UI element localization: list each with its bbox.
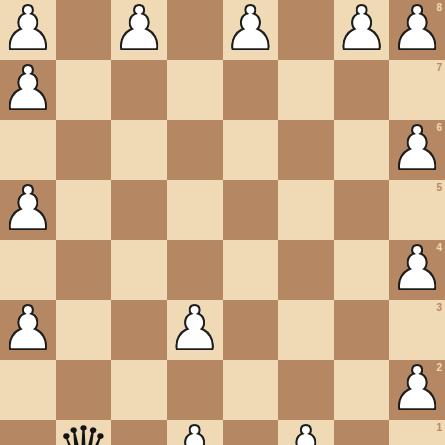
white-pawn[interactable]: ♟ xyxy=(168,418,222,445)
white-pawn[interactable]: ♟ xyxy=(335,0,389,58)
square-c8[interactable]: ♟ xyxy=(111,0,167,60)
square-f7[interactable] xyxy=(278,60,334,120)
square-d7[interactable] xyxy=(167,60,223,120)
square-d2[interactable] xyxy=(167,360,223,420)
square-g8[interactable]: ♟ xyxy=(334,0,390,60)
square-h6[interactable]: 6♟ xyxy=(389,120,445,180)
white-pawn[interactable]: ♟ xyxy=(168,298,222,358)
square-f2[interactable] xyxy=(278,360,334,420)
square-d4[interactable] xyxy=(167,240,223,300)
square-g7[interactable] xyxy=(334,60,390,120)
black-queen[interactable]: ♛ xyxy=(57,418,111,445)
white-pawn[interactable]: ♟ xyxy=(390,118,444,178)
square-g3[interactable] xyxy=(334,300,390,360)
square-c7[interactable] xyxy=(111,60,167,120)
chess-board: ♟♟♟♟8♟♟76♟♟54♟♟♟32♟ab♛cd♟ef♟g1h xyxy=(0,0,445,445)
white-pawn[interactable]: ♟ xyxy=(223,0,277,58)
square-d1[interactable]: d♟ xyxy=(167,420,223,445)
square-c3[interactable] xyxy=(111,300,167,360)
square-h4[interactable]: 4♟ xyxy=(389,240,445,300)
square-d8[interactable] xyxy=(167,0,223,60)
square-c4[interactable] xyxy=(111,240,167,300)
square-e3[interactable] xyxy=(223,300,279,360)
white-pawn[interactable]: ♟ xyxy=(1,298,55,358)
white-pawn[interactable]: ♟ xyxy=(279,418,333,445)
square-a1[interactable]: a xyxy=(0,420,56,445)
square-g1[interactable]: g xyxy=(334,420,390,445)
square-e7[interactable] xyxy=(223,60,279,120)
square-c1[interactable]: c xyxy=(111,420,167,445)
rank-label-3: 3 xyxy=(436,303,442,313)
square-f5[interactable] xyxy=(278,180,334,240)
white-pawn[interactable]: ♟ xyxy=(390,238,444,298)
square-b1[interactable]: b♛ xyxy=(56,420,112,445)
square-f3[interactable] xyxy=(278,300,334,360)
square-h5[interactable]: 5 xyxy=(389,180,445,240)
rank-label-5: 5 xyxy=(436,183,442,193)
rank-label-1: 1 xyxy=(436,423,442,433)
white-pawn[interactable]: ♟ xyxy=(390,358,444,418)
square-g6[interactable] xyxy=(334,120,390,180)
square-h2[interactable]: 2♟ xyxy=(389,360,445,420)
square-b2[interactable] xyxy=(56,360,112,420)
square-h7[interactable]: 7 xyxy=(389,60,445,120)
square-b6[interactable] xyxy=(56,120,112,180)
white-pawn[interactable]: ♟ xyxy=(1,0,55,58)
square-f4[interactable] xyxy=(278,240,334,300)
square-d6[interactable] xyxy=(167,120,223,180)
square-b4[interactable] xyxy=(56,240,112,300)
square-f1[interactable]: f♟ xyxy=(278,420,334,445)
square-b5[interactable] xyxy=(56,180,112,240)
white-pawn[interactable]: ♟ xyxy=(1,178,55,238)
square-b8[interactable] xyxy=(56,0,112,60)
square-g5[interactable] xyxy=(334,180,390,240)
white-pawn[interactable]: ♟ xyxy=(112,0,166,58)
square-a4[interactable] xyxy=(0,240,56,300)
square-d3[interactable]: ♟ xyxy=(167,300,223,360)
square-c6[interactable] xyxy=(111,120,167,180)
square-a3[interactable]: ♟ xyxy=(0,300,56,360)
square-f6[interactable] xyxy=(278,120,334,180)
square-e1[interactable]: e xyxy=(223,420,279,445)
square-a8[interactable]: ♟ xyxy=(0,0,56,60)
square-a7[interactable]: ♟ xyxy=(0,60,56,120)
square-b7[interactable] xyxy=(56,60,112,120)
square-f8[interactable] xyxy=(278,0,334,60)
square-e4[interactable] xyxy=(223,240,279,300)
square-a2[interactable] xyxy=(0,360,56,420)
square-e8[interactable]: ♟ xyxy=(223,0,279,60)
square-h1[interactable]: 1h xyxy=(389,420,445,445)
square-e2[interactable] xyxy=(223,360,279,420)
square-d5[interactable] xyxy=(167,180,223,240)
square-e6[interactable] xyxy=(223,120,279,180)
white-pawn[interactable]: ♟ xyxy=(1,58,55,118)
square-e5[interactable] xyxy=(223,180,279,240)
square-g2[interactable] xyxy=(334,360,390,420)
square-h3[interactable]: 3 xyxy=(389,300,445,360)
square-a5[interactable]: ♟ xyxy=(0,180,56,240)
square-a6[interactable] xyxy=(0,120,56,180)
white-pawn[interactable]: ♟ xyxy=(390,0,444,58)
square-h8[interactable]: 8♟ xyxy=(389,0,445,60)
square-c5[interactable] xyxy=(111,180,167,240)
square-c2[interactable] xyxy=(111,360,167,420)
rank-label-7: 7 xyxy=(436,63,442,73)
square-b3[interactable] xyxy=(56,300,112,360)
square-g4[interactable] xyxy=(334,240,390,300)
